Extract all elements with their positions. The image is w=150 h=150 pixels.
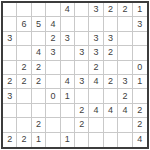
puzzle-board: 4322165433233343332222022243423130122444… xyxy=(1,1,149,149)
cell-r7c8[interactable]: 4 xyxy=(118,104,132,118)
cell-r1c2[interactable]: 5 xyxy=(32,17,46,31)
cell-r8c6[interactable] xyxy=(89,118,103,132)
cell-r4c7[interactable] xyxy=(104,61,118,75)
cell-r2c5[interactable] xyxy=(75,32,89,46)
cell-r9c4[interactable]: 1 xyxy=(61,133,75,147)
cell-r1c8[interactable] xyxy=(118,17,132,31)
cell-r6c8[interactable]: 2 xyxy=(118,89,132,103)
cell-r8c1[interactable] xyxy=(17,118,31,132)
cell-r0c9[interactable]: 1 xyxy=(133,3,147,17)
cell-r8c2[interactable]: 2 xyxy=(32,118,46,132)
cell-r5c3[interactable] xyxy=(46,75,60,89)
cell-r4c2[interactable]: 2 xyxy=(32,61,46,75)
cell-r9c2[interactable]: 1 xyxy=(32,133,46,147)
cell-r4c9[interactable]: 0 xyxy=(133,61,147,75)
cell-r1c3[interactable]: 4 xyxy=(46,17,60,31)
cell-r2c7[interactable]: 3 xyxy=(104,32,118,46)
cell-r6c1[interactable] xyxy=(17,89,31,103)
cell-r4c4[interactable] xyxy=(61,61,75,75)
cell-r2c8[interactable] xyxy=(118,32,132,46)
cell-r3c2[interactable]: 4 xyxy=(32,46,46,60)
cell-r4c6[interactable]: 2 xyxy=(89,61,103,75)
cell-r9c1[interactable]: 2 xyxy=(17,133,31,147)
cell-r3c9[interactable] xyxy=(133,46,147,60)
cell-r8c0[interactable] xyxy=(3,118,17,132)
cell-r2c4[interactable]: 3 xyxy=(61,32,75,46)
cell-r1c4[interactable] xyxy=(61,17,75,31)
cell-r5c9[interactable]: 1 xyxy=(133,75,147,89)
cell-r9c6[interactable] xyxy=(89,133,103,147)
cell-r3c7[interactable]: 2 xyxy=(104,46,118,60)
cell-r1c1[interactable]: 6 xyxy=(17,17,31,31)
cell-r0c5[interactable] xyxy=(75,3,89,17)
cell-r0c2[interactable] xyxy=(32,3,46,17)
cell-r9c7[interactable] xyxy=(104,133,118,147)
cell-r6c4[interactable]: 1 xyxy=(61,89,75,103)
cell-r6c5[interactable] xyxy=(75,89,89,103)
cell-r6c7[interactable] xyxy=(104,89,118,103)
cell-r7c6[interactable]: 4 xyxy=(89,104,103,118)
cell-r9c5[interactable] xyxy=(75,133,89,147)
cell-r2c3[interactable]: 2 xyxy=(46,32,60,46)
cell-r5c2[interactable]: 2 xyxy=(32,75,46,89)
cell-r7c5[interactable]: 2 xyxy=(75,104,89,118)
cell-r8c8[interactable] xyxy=(118,118,132,132)
cell-r5c4[interactable]: 4 xyxy=(61,75,75,89)
cell-r2c1[interactable] xyxy=(17,32,31,46)
cell-r3c3[interactable]: 3 xyxy=(46,46,60,60)
cell-r3c6[interactable]: 3 xyxy=(89,46,103,60)
cell-r7c7[interactable]: 4 xyxy=(104,104,118,118)
cell-r5c8[interactable]: 3 xyxy=(118,75,132,89)
cell-r7c9[interactable]: 2 xyxy=(133,104,147,118)
cell-r0c6[interactable]: 3 xyxy=(89,3,103,17)
cell-r1c0[interactable] xyxy=(3,17,17,31)
cell-r0c7[interactable]: 2 xyxy=(104,3,118,17)
cell-r7c3[interactable] xyxy=(46,104,60,118)
cell-r3c1[interactable] xyxy=(17,46,31,60)
puzzle-grid: 4322165433233343332222022243423130122444… xyxy=(3,3,147,147)
cell-r9c9[interactable]: 4 xyxy=(133,133,147,147)
cell-r2c6[interactable]: 3 xyxy=(89,32,103,46)
cell-r8c3[interactable] xyxy=(46,118,60,132)
cell-r5c1[interactable]: 2 xyxy=(17,75,31,89)
cell-r5c5[interactable]: 3 xyxy=(75,75,89,89)
cell-r5c0[interactable]: 2 xyxy=(3,75,17,89)
cell-r5c6[interactable]: 4 xyxy=(89,75,103,89)
cell-r9c0[interactable]: 2 xyxy=(3,133,17,147)
cell-r8c4[interactable] xyxy=(61,118,75,132)
cell-r6c0[interactable]: 3 xyxy=(3,89,17,103)
cell-r6c6[interactable] xyxy=(89,89,103,103)
cell-r1c9[interactable]: 3 xyxy=(133,17,147,31)
cell-r0c1[interactable] xyxy=(17,3,31,17)
cell-r0c4[interactable]: 4 xyxy=(61,3,75,17)
cell-r3c4[interactable] xyxy=(61,46,75,60)
cell-r7c0[interactable] xyxy=(3,104,17,118)
cell-r1c7[interactable] xyxy=(104,17,118,31)
cell-r7c2[interactable] xyxy=(32,104,46,118)
cell-r0c8[interactable]: 2 xyxy=(118,3,132,17)
cell-r6c3[interactable]: 0 xyxy=(46,89,60,103)
cell-r3c5[interactable]: 3 xyxy=(75,46,89,60)
cell-r4c5[interactable] xyxy=(75,61,89,75)
cell-r1c6[interactable] xyxy=(89,17,103,31)
cell-r3c8[interactable] xyxy=(118,46,132,60)
cell-r6c2[interactable] xyxy=(32,89,46,103)
cell-r5c7[interactable]: 2 xyxy=(104,75,118,89)
cell-r1c5[interactable] xyxy=(75,17,89,31)
cell-r7c1[interactable] xyxy=(17,104,31,118)
cell-r9c8[interactable] xyxy=(118,133,132,147)
cell-r3c0[interactable] xyxy=(3,46,17,60)
cell-r6c9[interactable] xyxy=(133,89,147,103)
cell-r0c0[interactable] xyxy=(3,3,17,17)
cell-r8c7[interactable] xyxy=(104,118,118,132)
cell-r8c9[interactable]: 2 xyxy=(133,118,147,132)
cell-r4c1[interactable]: 2 xyxy=(17,61,31,75)
cell-r4c3[interactable] xyxy=(46,61,60,75)
cell-r9c3[interactable] xyxy=(46,133,60,147)
cell-r2c0[interactable]: 3 xyxy=(3,32,17,46)
cell-r7c4[interactable] xyxy=(61,104,75,118)
cell-r8c5[interactable]: 2 xyxy=(75,118,89,132)
cell-r4c8[interactable] xyxy=(118,61,132,75)
cell-r4c0[interactable] xyxy=(3,61,17,75)
cell-r2c9[interactable] xyxy=(133,32,147,46)
cell-r0c3[interactable] xyxy=(46,3,60,17)
cell-r2c2[interactable] xyxy=(32,32,46,46)
